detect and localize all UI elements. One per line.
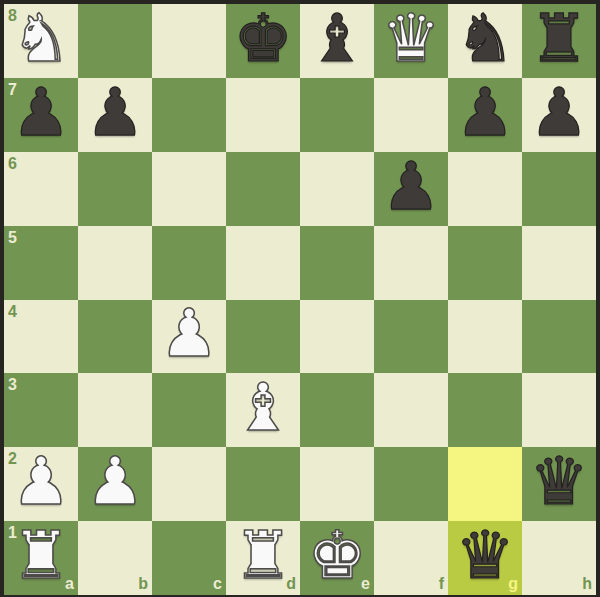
- square-g7[interactable]: ♟: [448, 78, 522, 152]
- square-h6[interactable]: [522, 152, 596, 226]
- square-e4[interactable]: [300, 300, 374, 374]
- white-rook-piece[interactable]: ♜: [11, 523, 70, 589]
- square-f4[interactable]: [374, 300, 448, 374]
- square-h1[interactable]: h: [522, 521, 596, 595]
- square-f3[interactable]: [374, 373, 448, 447]
- white-pawn-piece[interactable]: ♟: [11, 449, 70, 515]
- square-d4[interactable]: [226, 300, 300, 374]
- square-g1[interactable]: g♛: [448, 521, 522, 595]
- square-h5[interactable]: [522, 226, 596, 300]
- white-queen-piece[interactable]: ♛: [381, 6, 440, 72]
- black-king-piece[interactable]: ♚: [233, 6, 292, 72]
- square-b5[interactable]: [78, 226, 152, 300]
- square-c6[interactable]: [152, 152, 226, 226]
- square-a4[interactable]: 4: [4, 300, 78, 374]
- square-a7[interactable]: 7♟: [4, 78, 78, 152]
- square-a1[interactable]: 1a♜: [4, 521, 78, 595]
- square-h3[interactable]: [522, 373, 596, 447]
- square-e2[interactable]: [300, 447, 374, 521]
- square-e5[interactable]: [300, 226, 374, 300]
- square-b7[interactable]: ♟: [78, 78, 152, 152]
- square-b2[interactable]: ♟: [78, 447, 152, 521]
- black-rook-piece[interactable]: ♜: [529, 6, 588, 72]
- white-pawn-piece[interactable]: ♟: [85, 449, 144, 515]
- white-rook-piece[interactable]: ♜: [233, 523, 292, 589]
- square-d7[interactable]: [226, 78, 300, 152]
- rank-label-3: 3: [8, 377, 17, 393]
- square-c2[interactable]: [152, 447, 226, 521]
- square-c7[interactable]: [152, 78, 226, 152]
- square-d2[interactable]: [226, 447, 300, 521]
- square-g6[interactable]: [448, 152, 522, 226]
- square-a3[interactable]: 3: [4, 373, 78, 447]
- square-c8[interactable]: [152, 4, 226, 78]
- square-b8[interactable]: [78, 4, 152, 78]
- white-pawn-piece[interactable]: ♟: [159, 301, 218, 367]
- square-e1[interactable]: e♚: [300, 521, 374, 595]
- square-d3[interactable]: ♝: [226, 373, 300, 447]
- square-h8[interactable]: ♜: [522, 4, 596, 78]
- square-f8[interactable]: ♛: [374, 4, 448, 78]
- file-label-f: f: [439, 576, 444, 592]
- square-h7[interactable]: ♟: [522, 78, 596, 152]
- square-c5[interactable]: [152, 226, 226, 300]
- square-f6[interactable]: ♟: [374, 152, 448, 226]
- square-h2[interactable]: ♛: [522, 447, 596, 521]
- square-a2[interactable]: 2♟: [4, 447, 78, 521]
- rank-label-6: 6: [8, 156, 17, 172]
- square-e6[interactable]: [300, 152, 374, 226]
- black-pawn-piece[interactable]: ♟: [455, 80, 514, 146]
- square-g8[interactable]: ♞: [448, 4, 522, 78]
- white-knight-piece[interactable]: ♞: [11, 6, 70, 72]
- black-queen-piece[interactable]: ♛: [529, 449, 588, 515]
- black-pawn-piece[interactable]: ♟: [85, 80, 144, 146]
- black-knight-piece[interactable]: ♞: [455, 6, 514, 72]
- square-a6[interactable]: 6: [4, 152, 78, 226]
- square-f1[interactable]: f: [374, 521, 448, 595]
- square-e8[interactable]: ♝: [300, 4, 374, 78]
- black-bishop-piece[interactable]: ♝: [307, 6, 366, 72]
- square-g5[interactable]: [448, 226, 522, 300]
- file-label-c: c: [213, 576, 222, 592]
- square-d6[interactable]: [226, 152, 300, 226]
- square-d8[interactable]: ♚: [226, 4, 300, 78]
- square-b6[interactable]: [78, 152, 152, 226]
- rank-label-5: 5: [8, 230, 17, 246]
- square-c3[interactable]: [152, 373, 226, 447]
- file-label-b: b: [138, 576, 148, 592]
- square-g2[interactable]: [448, 447, 522, 521]
- black-pawn-piece[interactable]: ♟: [11, 80, 70, 146]
- black-pawn-piece[interactable]: ♟: [529, 80, 588, 146]
- square-g3[interactable]: [448, 373, 522, 447]
- white-bishop-piece[interactable]: ♝: [233, 375, 292, 441]
- square-f2[interactable]: [374, 447, 448, 521]
- square-e7[interactable]: [300, 78, 374, 152]
- file-label-h: h: [582, 576, 592, 592]
- rank-label-4: 4: [8, 304, 17, 320]
- square-d1[interactable]: d♜: [226, 521, 300, 595]
- square-c4[interactable]: ♟: [152, 300, 226, 374]
- white-king-piece[interactable]: ♚: [307, 523, 366, 589]
- square-c1[interactable]: c: [152, 521, 226, 595]
- square-e3[interactable]: [300, 373, 374, 447]
- black-pawn-piece[interactable]: ♟: [381, 154, 440, 220]
- square-b4[interactable]: [78, 300, 152, 374]
- black-queen-piece[interactable]: ♛: [455, 523, 514, 589]
- square-b3[interactable]: [78, 373, 152, 447]
- square-b1[interactable]: b: [78, 521, 152, 595]
- square-g4[interactable]: [448, 300, 522, 374]
- square-f7[interactable]: [374, 78, 448, 152]
- square-h4[interactable]: [522, 300, 596, 374]
- square-d5[interactable]: [226, 226, 300, 300]
- square-f5[interactable]: [374, 226, 448, 300]
- chess-board: 8♞♚♝♛♞♜7♟♟♟♟6♟54♟3♝2♟♟♛1a♜bcd♜e♚fg♛h: [4, 4, 596, 595]
- square-a5[interactable]: 5: [4, 226, 78, 300]
- square-a8[interactable]: 8♞: [4, 4, 78, 78]
